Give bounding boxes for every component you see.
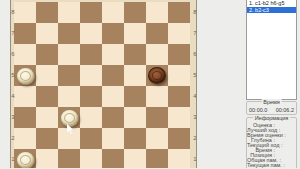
rank-label-8: 8 <box>9 9 17 15</box>
board-square-e2[interactable] <box>102 128 124 149</box>
board-square-g3[interactable] <box>146 107 168 128</box>
board-square-e1[interactable] <box>102 149 124 168</box>
board-square-c4[interactable] <box>58 86 80 107</box>
board-square-f3[interactable] <box>124 107 146 128</box>
rank-label-5: 5 <box>191 72 199 78</box>
white-man-piece-c3[interactable] <box>60 109 79 127</box>
board-square-f7[interactable] <box>124 23 146 44</box>
board-square-g4[interactable] <box>146 86 168 107</box>
board-square-b6[interactable] <box>36 44 58 65</box>
board-square-f2[interactable] <box>124 128 146 149</box>
board-square-b4[interactable] <box>36 86 58 107</box>
board-square-c7[interactable] <box>58 23 80 44</box>
board-square-f5[interactable] <box>124 65 146 86</box>
board-square-d1[interactable] <box>80 149 102 168</box>
board-square-h7[interactable] <box>168 23 190 44</box>
checkers-board: 87654321 87654321 <box>10 0 197 168</box>
rank-label-1: 1 <box>191 156 199 162</box>
board-square-h4[interactable] <box>168 86 190 107</box>
board-square-b8[interactable] <box>36 2 58 23</box>
board-square-h1[interactable] <box>168 149 190 168</box>
info-label: Текущая пам. : <box>247 163 275 168</box>
rank-label-7: 7 <box>9 30 17 36</box>
rank-label-3: 3 <box>9 114 17 120</box>
board-square-a3[interactable] <box>14 107 36 128</box>
board-square-c6[interactable] <box>58 44 80 65</box>
board-square-e4[interactable] <box>102 86 124 107</box>
board-square-d5[interactable] <box>80 65 102 86</box>
board-square-d3[interactable] <box>80 107 102 128</box>
info-panel-title: Информация <box>253 115 291 121</box>
white-man-piece-a1[interactable] <box>16 151 35 169</box>
rank-label-8: 8 <box>191 9 199 15</box>
board-square-b2[interactable] <box>36 128 58 149</box>
board-square-d8[interactable] <box>80 2 102 23</box>
board-square-f6[interactable] <box>124 44 146 65</box>
board-square-h6[interactable] <box>168 44 190 65</box>
board-square-c1[interactable] <box>58 149 80 168</box>
board-square-h5[interactable] <box>168 65 190 86</box>
clock-panel: Время 00:00.0 00:06.2 <box>246 101 297 115</box>
board-square-f1[interactable] <box>124 149 146 168</box>
board-square-c5[interactable] <box>58 65 80 86</box>
rank-label-6: 6 <box>191 51 199 57</box>
move-row-selected[interactable]: 2. b2-c3 <box>247 7 296 14</box>
board-square-d4[interactable] <box>80 86 102 107</box>
board-square-e6[interactable] <box>102 44 124 65</box>
rank-label-4: 4 <box>191 93 199 99</box>
black-clock: 00:06.2 <box>276 107 294 113</box>
clock-panel-title: Время <box>261 99 282 105</box>
board-square-g1[interactable] <box>146 149 168 168</box>
board-square-g2[interactable] <box>146 128 168 149</box>
board-square-h8[interactable] <box>168 2 190 23</box>
rank-label-7: 7 <box>191 30 199 36</box>
board-square-a7[interactable] <box>14 23 36 44</box>
board-square-d2[interactable] <box>80 128 102 149</box>
board-square-b3[interactable] <box>36 107 58 128</box>
board-square-a8[interactable] <box>14 2 36 23</box>
board-square-g8[interactable] <box>146 2 168 23</box>
rank-label-2: 2 <box>191 135 199 141</box>
board-square-b1[interactable] <box>36 149 58 168</box>
board-grid[interactable] <box>14 2 190 168</box>
board-square-e5[interactable] <box>102 65 124 86</box>
board-square-g7[interactable] <box>146 23 168 44</box>
board-square-f4[interactable] <box>124 86 146 107</box>
board-square-a4[interactable] <box>14 86 36 107</box>
board-square-b7[interactable] <box>36 23 58 44</box>
board-square-c2[interactable] <box>58 128 80 149</box>
info-panel: Информация Оценка :Лучший ход :Время оце… <box>246 117 297 168</box>
board-square-h2[interactable] <box>168 128 190 149</box>
board-square-e8[interactable] <box>102 2 124 23</box>
rank-label-3: 3 <box>191 114 199 120</box>
board-square-d6[interactable] <box>80 44 102 65</box>
rank-label-6: 6 <box>9 51 17 57</box>
board-square-b5[interactable] <box>36 65 58 86</box>
board-square-a2[interactable] <box>14 128 36 149</box>
rank-label-2: 2 <box>9 135 17 141</box>
board-square-c8[interactable] <box>58 2 80 23</box>
black-man-piece-g5[interactable] <box>148 67 166 84</box>
move-list[interactable]: 1. c1-b2 h6-g52. b2-c3 <box>246 0 297 100</box>
board-square-f8[interactable] <box>124 2 146 23</box>
board-square-h3[interactable] <box>168 107 190 128</box>
board-square-e7[interactable] <box>102 23 124 44</box>
board-square-d7[interactable] <box>80 23 102 44</box>
white-clock: 00:00.0 <box>249 107 267 113</box>
rank-label-4: 4 <box>9 93 17 99</box>
board-square-a6[interactable] <box>14 44 36 65</box>
white-man-piece-a5[interactable] <box>16 67 35 85</box>
board-square-e3[interactable] <box>102 107 124 128</box>
board-square-g6[interactable] <box>146 44 168 65</box>
